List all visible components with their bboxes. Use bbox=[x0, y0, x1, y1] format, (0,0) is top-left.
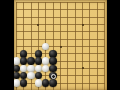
grid-line-horizontal bbox=[16, 53, 105, 54]
letterbox-right bbox=[107, 0, 120, 90]
star-point bbox=[60, 46, 62, 48]
black-stone[interactable] bbox=[20, 57, 27, 64]
grid-line-vertical bbox=[67, 2, 68, 90]
black-stone[interactable] bbox=[49, 79, 56, 86]
grid-line-vertical bbox=[75, 2, 76, 90]
black-stone[interactable] bbox=[49, 65, 56, 72]
black-stone[interactable] bbox=[20, 72, 27, 79]
white-stone[interactable] bbox=[20, 65, 27, 72]
grid-line-vertical bbox=[82, 2, 83, 90]
go-board[interactable] bbox=[14, 0, 107, 90]
grid-line-vertical bbox=[97, 2, 98, 90]
grid-line-vertical bbox=[89, 2, 90, 90]
grid-line-horizontal bbox=[16, 83, 105, 84]
white-stone[interactable] bbox=[35, 65, 42, 72]
grid-line-vertical bbox=[104, 2, 105, 90]
white-stone[interactable] bbox=[42, 65, 49, 72]
black-stone[interactable] bbox=[35, 72, 42, 79]
white-stone[interactable] bbox=[27, 72, 34, 79]
screenshot-root bbox=[0, 0, 120, 90]
white-stone[interactable] bbox=[42, 43, 49, 50]
black-stone[interactable] bbox=[42, 79, 49, 86]
star-point bbox=[82, 24, 84, 26]
white-stone[interactable] bbox=[27, 65, 34, 72]
black-stone[interactable] bbox=[49, 50, 56, 57]
black-stone[interactable] bbox=[27, 57, 34, 64]
last-move-mark-icon bbox=[51, 74, 56, 79]
black-stone[interactable] bbox=[35, 57, 42, 64]
white-stone[interactable] bbox=[35, 79, 42, 86]
letterbox-left bbox=[0, 0, 14, 90]
black-stone[interactable] bbox=[49, 72, 56, 79]
black-stone[interactable] bbox=[35, 50, 42, 57]
white-stone[interactable] bbox=[42, 57, 49, 64]
black-stone[interactable] bbox=[20, 50, 27, 57]
black-stone[interactable] bbox=[49, 57, 56, 64]
